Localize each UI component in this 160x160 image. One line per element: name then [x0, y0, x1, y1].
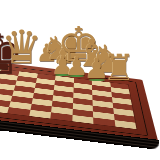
white-pawn-piece[interactable]: ♟	[84, 55, 109, 83]
chess-set-photo: ♚ ♛ ♟ ♞ ♟ ♝ ♚ ♟ ♟ ♝ ♟ ♞ ♜	[0, 0, 160, 160]
